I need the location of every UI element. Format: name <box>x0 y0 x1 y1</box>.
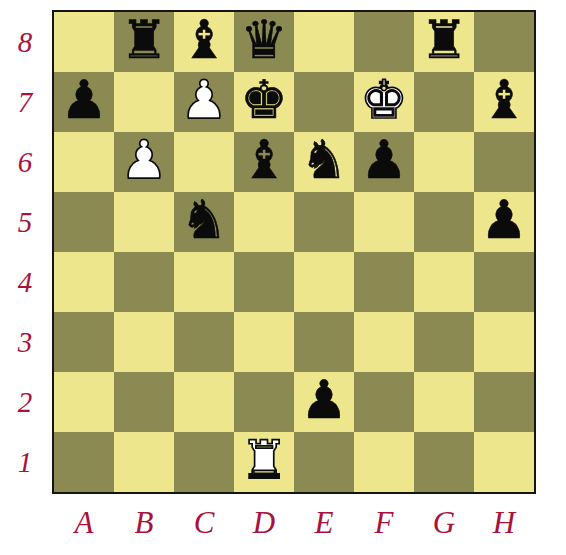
square-e8[interactable] <box>294 12 354 72</box>
file-label-b: B <box>114 498 174 548</box>
square-b1[interactable] <box>114 432 174 492</box>
rank-label-1: 1 <box>0 432 50 492</box>
square-e7[interactable] <box>294 72 354 132</box>
square-e1[interactable] <box>294 432 354 492</box>
square-b7[interactable] <box>114 72 174 132</box>
square-f2[interactable] <box>354 372 414 432</box>
square-a4[interactable] <box>54 252 114 312</box>
square-f8[interactable] <box>354 12 414 72</box>
chess-diagram: 87654321 ♜♝♛♜♟♟♚♚♝♟♝♞♟♞♟♟♜ ABCDEFGH <box>0 0 566 555</box>
square-f4[interactable] <box>354 252 414 312</box>
file-label-e: E <box>294 498 354 548</box>
square-c6[interactable] <box>174 132 234 192</box>
square-f6[interactable]: ♟ <box>354 132 414 192</box>
square-e4[interactable] <box>294 252 354 312</box>
square-h3[interactable] <box>474 312 534 372</box>
file-label-c: C <box>174 498 234 548</box>
white-king: ♚ <box>360 72 408 130</box>
square-f3[interactable] <box>354 312 414 372</box>
rank-labels: 87654321 <box>0 12 50 492</box>
black-bishop: ♝ <box>240 132 288 190</box>
square-a8[interactable] <box>54 12 114 72</box>
board-frame: ♜♝♛♜♟♟♚♚♝♟♝♞♟♞♟♟♜ <box>52 10 536 494</box>
square-h2[interactable] <box>474 372 534 432</box>
rank-label-2: 2 <box>0 372 50 432</box>
square-e5[interactable] <box>294 192 354 252</box>
square-c1[interactable] <box>174 432 234 492</box>
square-g7[interactable] <box>414 72 474 132</box>
square-d3[interactable] <box>234 312 294 372</box>
file-label-h: H <box>474 498 534 548</box>
square-e2[interactable]: ♟ <box>294 372 354 432</box>
rank-label-7: 7 <box>0 72 50 132</box>
square-b4[interactable] <box>114 252 174 312</box>
square-d1[interactable]: ♜ <box>234 432 294 492</box>
file-label-d: D <box>234 498 294 548</box>
black-bishop: ♝ <box>180 12 228 70</box>
square-c2[interactable] <box>174 372 234 432</box>
rank-label-6: 6 <box>0 132 50 192</box>
square-a3[interactable] <box>54 312 114 372</box>
black-knight: ♞ <box>180 192 228 250</box>
square-e3[interactable] <box>294 312 354 372</box>
white-pawn: ♟ <box>180 72 228 130</box>
white-rook: ♜ <box>240 432 288 490</box>
square-h1[interactable] <box>474 432 534 492</box>
square-a7[interactable]: ♟ <box>54 72 114 132</box>
square-c5[interactable]: ♞ <box>174 192 234 252</box>
square-f5[interactable] <box>354 192 414 252</box>
black-rook: ♜ <box>120 12 168 70</box>
square-h5[interactable]: ♟ <box>474 192 534 252</box>
file-label-g: G <box>414 498 474 548</box>
square-f7[interactable]: ♚ <box>354 72 414 132</box>
square-e6[interactable]: ♞ <box>294 132 354 192</box>
square-b5[interactable] <box>114 192 174 252</box>
file-labels: ABCDEFGH <box>54 498 534 548</box>
square-c8[interactable]: ♝ <box>174 12 234 72</box>
square-g3[interactable] <box>414 312 474 372</box>
square-c3[interactable] <box>174 312 234 372</box>
square-g8[interactable]: ♜ <box>414 12 474 72</box>
square-d7[interactable]: ♚ <box>234 72 294 132</box>
black-rook: ♜ <box>420 12 468 70</box>
square-b2[interactable] <box>114 372 174 432</box>
white-pawn: ♟ <box>120 132 168 190</box>
square-h7[interactable]: ♝ <box>474 72 534 132</box>
square-h6[interactable] <box>474 132 534 192</box>
square-f1[interactable] <box>354 432 414 492</box>
black-pawn: ♟ <box>360 132 408 190</box>
square-d4[interactable] <box>234 252 294 312</box>
square-h4[interactable] <box>474 252 534 312</box>
square-d2[interactable] <box>234 372 294 432</box>
rank-label-4: 4 <box>0 252 50 312</box>
square-d8[interactable]: ♛ <box>234 12 294 72</box>
black-pawn: ♟ <box>480 192 528 250</box>
square-c4[interactable] <box>174 252 234 312</box>
rank-label-8: 8 <box>0 12 50 72</box>
square-d6[interactable]: ♝ <box>234 132 294 192</box>
black-queen: ♛ <box>240 12 288 70</box>
chess-board: ♜♝♛♜♟♟♚♚♝♟♝♞♟♞♟♟♜ <box>54 12 534 492</box>
square-b6[interactable]: ♟ <box>114 132 174 192</box>
square-g1[interactable] <box>414 432 474 492</box>
black-pawn: ♟ <box>300 372 348 430</box>
square-g2[interactable] <box>414 372 474 432</box>
square-g4[interactable] <box>414 252 474 312</box>
file-label-f: F <box>354 498 414 548</box>
rank-label-3: 3 <box>0 312 50 372</box>
square-d5[interactable] <box>234 192 294 252</box>
black-bishop: ♝ <box>480 72 528 130</box>
square-a2[interactable] <box>54 372 114 432</box>
square-g6[interactable] <box>414 132 474 192</box>
square-a1[interactable] <box>54 432 114 492</box>
black-knight: ♞ <box>300 132 348 190</box>
square-a6[interactable] <box>54 132 114 192</box>
square-h8[interactable] <box>474 12 534 72</box>
black-pawn: ♟ <box>60 72 108 130</box>
rank-label-5: 5 <box>0 192 50 252</box>
black-king: ♚ <box>240 72 288 130</box>
square-a5[interactable] <box>54 192 114 252</box>
square-b3[interactable] <box>114 312 174 372</box>
square-c7[interactable]: ♟ <box>174 72 234 132</box>
square-g5[interactable] <box>414 192 474 252</box>
file-label-a: A <box>54 498 114 548</box>
square-b8[interactable]: ♜ <box>114 12 174 72</box>
